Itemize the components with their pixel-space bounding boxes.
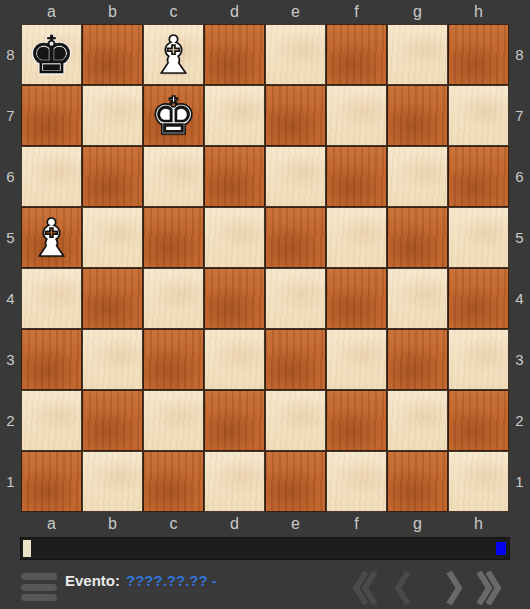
rank-labels-left: 87654321 xyxy=(0,24,21,512)
square-a4[interactable] xyxy=(21,268,82,329)
go-end-button[interactable] xyxy=(475,568,505,608)
square-c2[interactable] xyxy=(143,390,204,451)
square-e4[interactable] xyxy=(265,268,326,329)
rank-label-2: 2 xyxy=(0,390,21,451)
square-e1[interactable] xyxy=(265,451,326,512)
square-a7[interactable] xyxy=(21,85,82,146)
square-c7[interactable]: ♚ xyxy=(143,85,204,146)
file-label-g: g xyxy=(387,512,448,536)
rank-label-3: 3 xyxy=(0,329,21,390)
square-h5[interactable] xyxy=(448,207,509,268)
square-f4[interactable] xyxy=(326,268,387,329)
square-b4[interactable] xyxy=(82,268,143,329)
square-e6[interactable] xyxy=(265,146,326,207)
square-c8[interactable]: ♝ xyxy=(143,24,204,85)
next-move-button[interactable] xyxy=(443,568,465,608)
rank-label-4: 4 xyxy=(0,268,21,329)
square-c1[interactable] xyxy=(143,451,204,512)
square-a1[interactable] xyxy=(21,451,82,512)
square-g5[interactable] xyxy=(387,207,448,268)
square-b6[interactable] xyxy=(82,146,143,207)
square-d8[interactable] xyxy=(204,24,265,85)
file-label-b: b xyxy=(82,512,143,536)
chess-viewer: abcdefgh 87654321 ♚♝♚♝ 87654321 abcdefgh… xyxy=(0,0,530,609)
chevron-left-icon xyxy=(392,568,414,608)
square-f2[interactable] xyxy=(326,390,387,451)
file-label-e: e xyxy=(265,0,326,24)
square-a2[interactable] xyxy=(21,390,82,451)
square-h8[interactable] xyxy=(448,24,509,85)
square-g3[interactable] xyxy=(387,329,448,390)
rank-label-5: 5 xyxy=(509,207,530,268)
rank-label-1: 1 xyxy=(0,451,21,512)
square-h7[interactable] xyxy=(448,85,509,146)
square-f3[interactable] xyxy=(326,329,387,390)
square-h6[interactable] xyxy=(448,146,509,207)
file-label-c: c xyxy=(143,0,204,24)
square-g6[interactable] xyxy=(387,146,448,207)
square-a8[interactable]: ♚ xyxy=(21,24,82,85)
square-e7[interactable] xyxy=(265,85,326,146)
rank-label-4: 4 xyxy=(509,268,530,329)
square-c5[interactable] xyxy=(143,207,204,268)
square-f6[interactable] xyxy=(326,146,387,207)
file-labels-bottom: abcdefgh xyxy=(21,512,509,536)
file-label-c: c xyxy=(143,512,204,536)
rank-label-2: 2 xyxy=(509,390,530,451)
file-label-a: a xyxy=(21,0,82,24)
square-f8[interactable] xyxy=(326,24,387,85)
black-king[interactable]: ♚ xyxy=(21,24,82,85)
chess-board: ♚♝♚♝ xyxy=(21,24,509,512)
square-a3[interactable] xyxy=(21,329,82,390)
rank-label-8: 8 xyxy=(0,24,21,85)
square-e3[interactable] xyxy=(265,329,326,390)
rank-label-6: 6 xyxy=(509,146,530,207)
square-e2[interactable] xyxy=(265,390,326,451)
file-label-h: h xyxy=(448,0,509,24)
chevron-right-icon xyxy=(443,568,465,608)
square-c3[interactable] xyxy=(143,329,204,390)
square-g2[interactable] xyxy=(387,390,448,451)
progress-handle[interactable] xyxy=(496,542,506,555)
square-b5[interactable] xyxy=(82,207,143,268)
square-e8[interactable] xyxy=(265,24,326,85)
white-bishop[interactable]: ♝ xyxy=(21,207,82,268)
rank-label-1: 1 xyxy=(509,451,530,512)
rank-label-5: 5 xyxy=(0,207,21,268)
square-b2[interactable] xyxy=(82,390,143,451)
square-h1[interactable] xyxy=(448,451,509,512)
rank-labels-right: 87654321 xyxy=(509,24,530,512)
square-f5[interactable] xyxy=(326,207,387,268)
square-g7[interactable] xyxy=(387,85,448,146)
file-label-d: d xyxy=(204,512,265,536)
file-label-b: b xyxy=(82,0,143,24)
square-a6[interactable] xyxy=(21,146,82,207)
square-d2[interactable] xyxy=(204,390,265,451)
file-label-h: h xyxy=(448,512,509,536)
square-h4[interactable] xyxy=(448,268,509,329)
rank-label-3: 3 xyxy=(509,329,530,390)
square-b1[interactable] xyxy=(82,451,143,512)
square-c6[interactable] xyxy=(143,146,204,207)
square-d5[interactable] xyxy=(204,207,265,268)
double-chevron-left-icon xyxy=(349,568,379,608)
menu-button[interactable] xyxy=(21,573,57,601)
square-c4[interactable] xyxy=(143,268,204,329)
file-label-d: d xyxy=(204,0,265,24)
square-b3[interactable] xyxy=(82,329,143,390)
hamburger-icon xyxy=(21,584,57,591)
square-e5[interactable] xyxy=(265,207,326,268)
square-g8[interactable] xyxy=(387,24,448,85)
rank-label-7: 7 xyxy=(0,85,21,146)
square-a5[interactable]: ♝ xyxy=(21,207,82,268)
square-f1[interactable] xyxy=(326,451,387,512)
square-d1[interactable] xyxy=(204,451,265,512)
event-label: Evento: xyxy=(65,572,120,589)
file-label-f: f xyxy=(326,512,387,536)
file-label-g: g xyxy=(387,0,448,24)
square-h3[interactable] xyxy=(448,329,509,390)
square-d7[interactable] xyxy=(204,85,265,146)
square-f7[interactable] xyxy=(326,85,387,146)
file-label-e: e xyxy=(265,512,326,536)
white-king[interactable]: ♚ xyxy=(143,85,204,146)
square-h2[interactable] xyxy=(448,390,509,451)
square-b8[interactable] xyxy=(82,24,143,85)
square-d4[interactable] xyxy=(204,268,265,329)
double-chevron-right-icon xyxy=(475,568,505,608)
file-labels-top: abcdefgh xyxy=(21,0,509,24)
file-label-f: f xyxy=(326,0,387,24)
square-b7[interactable] xyxy=(82,85,143,146)
progress-start-marker xyxy=(23,540,31,557)
go-start-button[interactable] xyxy=(349,568,379,608)
hamburger-icon xyxy=(21,594,57,601)
square-d3[interactable] xyxy=(204,329,265,390)
hamburger-icon xyxy=(21,573,57,580)
square-g1[interactable] xyxy=(387,451,448,512)
event-info: Evento:????.??.?? - xyxy=(65,572,217,589)
rank-label-7: 7 xyxy=(509,85,530,146)
square-d6[interactable] xyxy=(204,146,265,207)
square-g4[interactable] xyxy=(387,268,448,329)
rank-label-6: 6 xyxy=(0,146,21,207)
prev-move-button[interactable] xyxy=(392,568,414,608)
white-bishop[interactable]: ♝ xyxy=(143,24,204,85)
file-label-a: a xyxy=(21,512,82,536)
rank-label-8: 8 xyxy=(509,24,530,85)
event-value-link[interactable]: ????.??.?? - xyxy=(126,572,217,589)
game-progress-bar[interactable] xyxy=(20,537,510,560)
